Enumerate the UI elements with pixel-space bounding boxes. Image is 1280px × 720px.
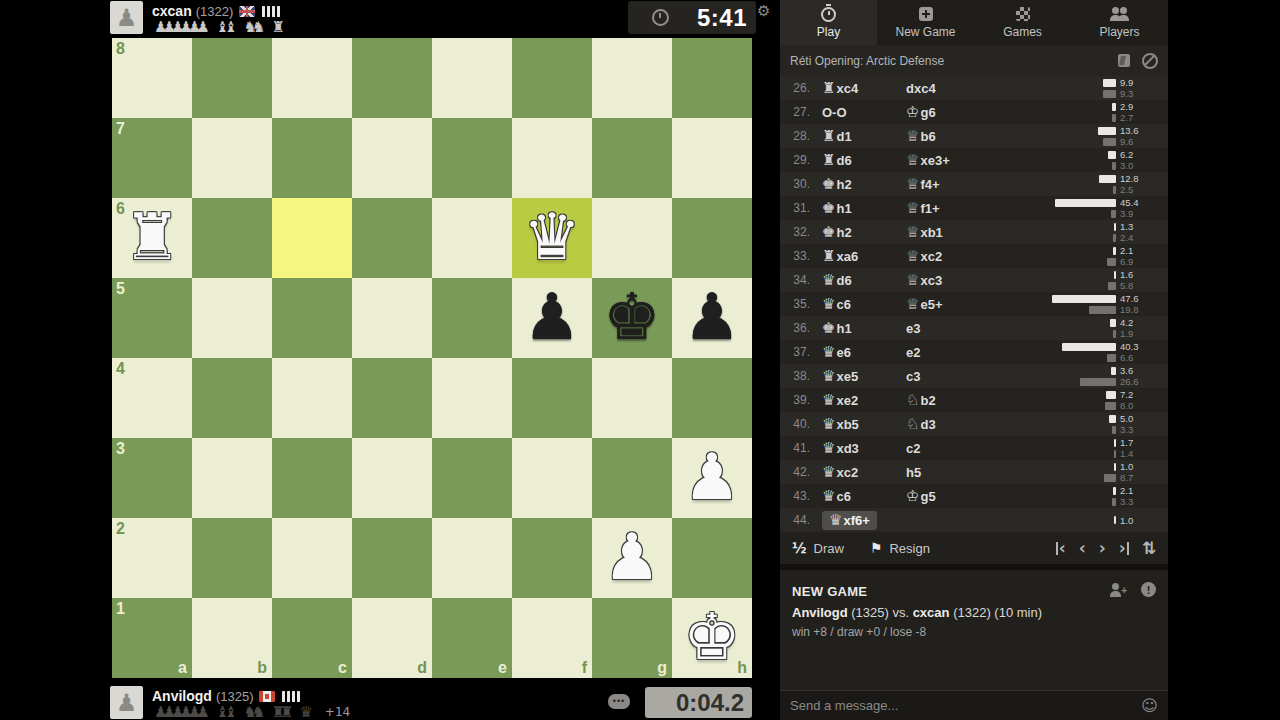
black-move[interactable]: c3: [906, 369, 920, 384]
square-c3[interactable]: [272, 438, 352, 518]
black-time-value: 8.7: [1120, 472, 1154, 483]
square-g8[interactable]: [592, 38, 672, 118]
settings-gear-icon[interactable]: ⚙: [757, 2, 770, 20]
square-g1[interactable]: g: [592, 598, 672, 678]
bottom-player-avatar[interactable]: ♟: [110, 686, 143, 719]
captured-bishops: ♝♝: [216, 18, 238, 36]
square-c4[interactable]: [272, 358, 352, 438]
file-label-c: c: [338, 659, 347, 677]
square-f3[interactable]: [512, 438, 592, 518]
white-time-value: 5.0: [1120, 413, 1154, 424]
move-times: 6.23.0: [1050, 149, 1168, 171]
move-row-26: 26.♜xc4dxc49.99.3: [780, 76, 1168, 100]
move-times: 2.16.9: [1050, 245, 1168, 267]
black-time-bar: [1089, 306, 1116, 314]
plus-square-icon: [919, 6, 933, 22]
black-move[interactable]: h5: [906, 465, 921, 480]
square-f6[interactable]: ♛: [512, 198, 592, 278]
move-number: 31.: [780, 201, 810, 215]
square-b2[interactable]: [192, 518, 272, 598]
captured-bishops: ♝♝: [216, 703, 238, 720]
square-a7[interactable]: 7: [112, 118, 192, 198]
top-player-rating: (1322): [196, 4, 234, 19]
move-times: 1.71.4: [1050, 437, 1168, 459]
checkerboard-icon: [1016, 6, 1030, 22]
black-piece-figurine: ♕: [906, 223, 919, 241]
white-piece-figurine: ♚: [822, 319, 835, 337]
white-move[interactable]: ♛xc2: [822, 465, 858, 480]
white-move[interactable]: O-O: [822, 105, 847, 120]
rank-label-1: 1: [116, 600, 125, 618]
move-times: 7.28.0: [1050, 389, 1168, 411]
white-time-value: 12.8: [1120, 173, 1154, 184]
square-d6[interactable]: [352, 198, 432, 278]
go-last-button[interactable]: ›: [1119, 540, 1129, 557]
top-player-avatar[interactable]: ♟: [110, 1, 143, 34]
black-move[interactable]: e2: [906, 345, 920, 360]
captured-rooks: ♜♜: [272, 703, 294, 720]
white-time-value: 9.9: [1120, 77, 1154, 88]
square-b3[interactable]: [192, 438, 272, 518]
white-queen-f6[interactable]: ♛: [512, 198, 592, 278]
move-row-35: 35.♛c6♕e5+47.619.8: [780, 292, 1168, 316]
black-move[interactable]: ♔g6: [906, 105, 936, 120]
clock-icon: [652, 9, 669, 26]
white-time-value: 2.1: [1120, 245, 1154, 256]
side-panel: Play New Game Games Players Réti Opening…: [780, 0, 1168, 720]
square-c8[interactable]: [272, 38, 352, 118]
white-time-value: 6.2: [1120, 149, 1154, 160]
file-label-f: f: [582, 659, 587, 677]
captured-rooks: ♜: [272, 18, 285, 36]
move-times: 3.626.6: [1050, 365, 1168, 387]
square-g2[interactable]: ♟: [592, 518, 672, 598]
uk-flag-icon: [239, 6, 255, 17]
white-time-bar: [1052, 295, 1116, 303]
black-piece-figurine: ♔: [906, 487, 919, 505]
square-b1[interactable]: b: [192, 598, 272, 678]
black-pawn-h5[interactable]: ♟: [672, 278, 752, 358]
resign-flag-icon: ⚑: [870, 540, 883, 556]
white-king-h1[interactable]: ♚: [672, 598, 752, 678]
white-time-value: 2.9: [1120, 101, 1154, 112]
square-f8[interactable]: [512, 38, 592, 118]
new-game-versus: Anvilogd (1325) vs. cxcan (1322) (10 min…: [792, 605, 1156, 620]
black-time-bar: [1080, 378, 1116, 386]
square-h8[interactable]: [672, 38, 752, 118]
move-times: 40.36.6: [1050, 341, 1168, 363]
top-player-bar: ♟ cxcan(1322) ♟♟♟♟♟♟♝♝♞♞♜ 5:41: [108, 0, 756, 36]
go-next-button[interactable]: ›: [1099, 540, 1106, 557]
black-time-value: 2.5: [1120, 184, 1154, 195]
black-time-value: 26.6: [1120, 376, 1154, 387]
go-first-button[interactable]: ‹: [1056, 540, 1066, 557]
move-number: 34.: [780, 273, 810, 287]
square-b8[interactable]: [192, 38, 272, 118]
square-f5[interactable]: ♟: [512, 278, 592, 358]
bottom-player-bar: ♟ Anvilogd(1325) ♟♟♟♟♟♟♝♝♞♞♜♜♛+14 ••• 0:…: [108, 685, 756, 720]
black-time-value: 1.9: [1120, 328, 1154, 339]
file-label-a: a: [178, 659, 187, 677]
square-g5[interactable]: ♚: [592, 278, 672, 358]
move-times: 13.69.6: [1050, 125, 1168, 147]
white-piece-figurine: ♛: [822, 391, 835, 409]
move-row-30: 30.♚h2♕f4+12.82.5: [780, 172, 1168, 196]
black-piece-figurine: ♕: [906, 199, 919, 217]
move-number: 26.: [780, 81, 810, 95]
square-c1[interactable]: c: [272, 598, 352, 678]
square-e6[interactable]: [432, 198, 512, 278]
white-move[interactable]: ♛xb5: [822, 417, 859, 432]
square-f4[interactable]: [512, 358, 592, 438]
move-row-29: 29.♜d6♕xe3+6.23.0: [780, 148, 1168, 172]
white-move[interactable]: ♛c6: [822, 489, 851, 504]
white-piece-figurine: ♜: [822, 151, 835, 169]
move-row-31: 31.♚h1♕f1+45.43.9: [780, 196, 1168, 220]
white-move[interactable]: ♛xe2: [822, 393, 858, 408]
white-move[interactable]: ♚h1: [822, 201, 852, 216]
white-move[interactable]: ♜xc4: [822, 81, 858, 96]
black-move[interactable]: ♔g5: [906, 489, 936, 504]
white-time-value: 40.3: [1120, 341, 1154, 352]
white-piece-figurine: ♛: [822, 271, 835, 289]
move-number: 32.: [780, 225, 810, 239]
captured-queens: ♛: [299, 703, 312, 720]
black-time-value: 2.4: [1120, 232, 1154, 243]
black-time-value: 19.8: [1120, 304, 1154, 315]
white-time-bar: [1099, 175, 1116, 183]
rank-label-5: 5: [116, 280, 125, 298]
flip-board-button[interactable]: ⇅: [1142, 540, 1156, 557]
alert-icon[interactable]: !: [1141, 582, 1156, 597]
black-piece-figurine: ♕: [906, 295, 919, 313]
move-times: 45.43.9: [1050, 197, 1168, 219]
move-row-27: 27.O-O♔g62.92.7: [780, 100, 1168, 124]
move-number: 29.: [780, 153, 810, 167]
black-time-value: 8.0: [1120, 400, 1154, 411]
black-time-value: 6.6: [1120, 352, 1154, 363]
bottom-clock-time: 0:04.2: [676, 689, 744, 717]
rank-label-8: 8: [116, 40, 125, 58]
black-time-bar: [1107, 258, 1116, 266]
white-move[interactable]: ♛e6: [822, 345, 851, 360]
rank-label-3: 3: [116, 440, 125, 458]
white-move[interactable]: ♛c6: [822, 297, 851, 312]
move-number: 28.: [780, 129, 810, 143]
material-score: +14: [325, 705, 350, 719]
white-time-value: 1.6: [1120, 269, 1154, 280]
black-piece-figurine: ♕: [906, 127, 919, 145]
black-move[interactable]: ♕xc2: [906, 249, 942, 264]
captured-knights: ♞♞: [244, 18, 266, 36]
move-row-39: 39.♛xe2♘b27.28.0: [780, 388, 1168, 412]
white-time-bar: [1114, 271, 1116, 279]
file-label-d: d: [417, 659, 427, 677]
white-time-bar: [1098, 127, 1116, 135]
move-row-36: 36.♚h1e34.21.9: [780, 316, 1168, 340]
top-player-name[interactable]: cxcan: [152, 3, 192, 19]
square-d4[interactable]: [352, 358, 432, 438]
white-time-bar: [1055, 199, 1116, 207]
stopwatch-icon: [821, 6, 836, 22]
black-piece-figurine: ♕: [906, 247, 919, 265]
square-c2[interactable]: [272, 518, 352, 598]
white-time-bar: [1108, 151, 1116, 159]
white-time-value: 47.6: [1120, 293, 1154, 304]
black-move[interactable]: e3: [906, 321, 920, 336]
white-time-value: 2.1: [1120, 485, 1154, 496]
move-number: 42.: [780, 465, 810, 479]
black-move[interactable]: ♘b2: [906, 393, 936, 408]
square-e1[interactable]: e: [432, 598, 512, 678]
white-piece-figurine: ♛: [822, 439, 835, 457]
square-b4[interactable]: [192, 358, 272, 438]
square-e7[interactable]: [432, 118, 512, 198]
square-h6[interactable]: [672, 198, 752, 278]
black-move[interactable]: ♕f1+: [906, 201, 940, 216]
move-number: 27.: [780, 105, 810, 119]
black-time-bar: [1112, 162, 1116, 170]
black-move[interactable]: dxc4: [906, 81, 936, 96]
square-c7[interactable]: [272, 118, 352, 198]
move-row-41: 41.♛xd3c21.71.4: [780, 436, 1168, 460]
square-c5[interactable]: [272, 278, 352, 358]
move-row-34: 34.♛d6♕xc31.65.8: [780, 268, 1168, 292]
white-time-value: 13.6: [1120, 125, 1154, 136]
white-piece-figurine: ♛: [822, 367, 835, 385]
white-move[interactable]: ♛xf6+: [822, 511, 877, 530]
black-piece-figurine: ♔: [906, 103, 919, 121]
move-times: 2.92.7: [1050, 101, 1168, 123]
file-label-g: g: [657, 659, 667, 677]
opening-name: Réti Opening: Arctic Defense: [790, 54, 1118, 68]
move-times: 47.619.8: [1050, 293, 1168, 315]
two-people-icon: [1110, 6, 1130, 22]
square-d2[interactable]: [352, 518, 432, 598]
square-d8[interactable]: [352, 38, 432, 118]
move-times: 9.99.3: [1050, 77, 1168, 99]
white-move[interactable]: ♜xa6: [822, 249, 858, 264]
new-game-odds: win +8 / draw +0 / lose -8: [792, 625, 1156, 639]
white-time-bar: [1062, 343, 1116, 351]
square-d1[interactable]: d: [352, 598, 432, 678]
square-d7[interactable]: [352, 118, 432, 198]
square-a1[interactable]: 1a: [112, 598, 192, 678]
square-a5[interactable]: 5: [112, 278, 192, 358]
square-g6[interactable]: [592, 198, 672, 278]
black-king-g5[interactable]: ♚: [592, 278, 672, 358]
square-a8[interactable]: 8: [112, 38, 192, 118]
black-time-value: 9.3: [1120, 88, 1154, 99]
square-h4[interactable]: [672, 358, 752, 438]
black-piece-figurine: ♕: [906, 151, 919, 169]
square-d5[interactable]: [352, 278, 432, 358]
white-move[interactable]: ♛xd3: [822, 441, 859, 456]
move-number: 38.: [780, 369, 810, 383]
square-a4[interactable]: 4: [112, 358, 192, 438]
square-h7[interactable]: [672, 118, 752, 198]
book-icon[interactable]: [1118, 54, 1130, 67]
white-piece-figurine: ♜: [822, 247, 835, 265]
move-times: 1.32.4: [1050, 221, 1168, 243]
black-time-value: 6.9: [1120, 256, 1154, 267]
square-e3[interactable]: [432, 438, 512, 518]
bottom-captured-pieces: ♟♟♟♟♟♟♝♝♞♞♜♜♛+14: [154, 703, 350, 720]
captured-pawns: ♟♟♟♟♟♟: [154, 703, 210, 720]
square-e4[interactable]: [432, 358, 512, 438]
challenge-player-icon[interactable]: +: [1109, 583, 1125, 597]
move-times: 4.21.9: [1050, 317, 1168, 339]
move-times: 1.65.8: [1050, 269, 1168, 291]
canada-flag-icon: [259, 691, 275, 702]
square-h2[interactable]: [672, 518, 752, 598]
square-e2[interactable]: [432, 518, 512, 598]
white-piece-figurine: ♛: [829, 511, 842, 529]
move-row-40: 40.♛xb5♘d35.03.3: [780, 412, 1168, 436]
move-row-42: 42.♛xc2h51.08.7: [780, 460, 1168, 484]
black-move[interactable]: ♕f4+: [906, 177, 940, 192]
black-move[interactable]: ♕b6: [906, 129, 936, 144]
move-number: 39.: [780, 393, 810, 407]
black-pawn-f5[interactable]: ♟: [512, 278, 592, 358]
white-time-bar: [1109, 415, 1116, 423]
move-row-32: 32.♚h2♕xb11.32.4: [780, 220, 1168, 244]
go-previous-button[interactable]: ‹: [1079, 540, 1086, 557]
white-time-bar: [1103, 79, 1116, 87]
square-b7[interactable]: [192, 118, 272, 198]
white-move[interactable]: ♜d6: [822, 153, 852, 168]
tab-players[interactable]: Players: [1071, 0, 1168, 45]
square-f7[interactable]: [512, 118, 592, 198]
rank-label-4: 4: [116, 360, 125, 378]
bottom-player-rating: (1325): [216, 689, 254, 704]
pawn-avatar-icon: ♟: [116, 691, 138, 715]
tab-bar: Play New Game Games Players: [780, 0, 1168, 45]
square-b6[interactable]: [192, 198, 272, 278]
square-h3[interactable]: ♟: [672, 438, 752, 518]
black-move[interactable]: c2: [906, 441, 920, 456]
chat-message-input[interactable]: Send a message...: [790, 698, 1141, 713]
move-times: 12.82.5: [1050, 173, 1168, 195]
move-number: 36.: [780, 321, 810, 335]
smiley-icon[interactable]: ☺: [1141, 696, 1158, 715]
black-time-bar: [1111, 210, 1116, 218]
move-row-38: 38.♛xe5c33.626.6: [780, 364, 1168, 388]
move-row-44: 44.♛xf6+1.0: [780, 508, 1168, 532]
file-label-e: e: [498, 659, 507, 677]
black-move[interactable]: ♘d3: [906, 417, 936, 432]
white-time-bar: [1112, 103, 1116, 111]
black-time-bar: [1104, 474, 1116, 482]
move-number: 35.: [780, 297, 810, 311]
top-player-clock: 5:41: [628, 1, 756, 34]
square-a2[interactable]: 2: [112, 518, 192, 598]
white-piece-figurine: ♛: [822, 415, 835, 433]
white-time-value: 1.3: [1120, 221, 1154, 232]
black-time-value: 3.0: [1120, 160, 1154, 171]
black-time-bar: [1103, 90, 1116, 98]
square-a3[interactable]: 3: [112, 438, 192, 518]
tab-games[interactable]: Games: [974, 0, 1071, 45]
black-move[interactable]: ♕e5+: [906, 297, 943, 312]
square-e8[interactable]: [432, 38, 512, 118]
white-move[interactable]: ♜d1: [822, 129, 852, 144]
white-pawn-h3[interactable]: ♟: [672, 438, 752, 518]
black-move[interactable]: ♕xe3+: [906, 153, 950, 168]
square-b5[interactable]: [192, 278, 272, 358]
square-g3[interactable]: [592, 438, 672, 518]
black-time-bar: [1114, 450, 1116, 458]
white-move[interactable]: ♛xe5: [822, 369, 858, 384]
white-time-bar: [1110, 319, 1116, 327]
white-time-bar: [1111, 367, 1116, 375]
square-f1[interactable]: f: [512, 598, 592, 678]
app-window: ♟ cxcan(1322) ♟♟♟♟♟♟♝♝♞♞♜ 5:41 ⚙ 876♜♛5♟…: [0, 0, 1280, 720]
black-time-value: 9.6: [1120, 136, 1154, 147]
white-move[interactable]: ♚h1: [822, 321, 852, 336]
square-f2[interactable]: [512, 518, 592, 598]
square-d3[interactable]: [352, 438, 432, 518]
resign-button[interactable]: ⚑ Resign: [870, 540, 930, 556]
file-label-b: b: [257, 659, 267, 677]
white-pawn-g2[interactable]: ♟: [592, 518, 672, 598]
white-time-value: 7.2: [1120, 389, 1154, 400]
draw-button[interactable]: ½ Draw: [792, 540, 844, 556]
new-game-title: NEW GAME: [792, 584, 1156, 599]
white-piece-figurine: ♛: [822, 295, 835, 313]
white-move[interactable]: ♚h2: [822, 225, 852, 240]
tab-new-game[interactable]: New Game: [877, 0, 974, 45]
white-piece-figurine: ♜: [822, 79, 835, 97]
white-time-value: 1.0: [1120, 515, 1154, 526]
black-time-value: 5.8: [1120, 280, 1154, 291]
white-move[interactable]: ♚h2: [822, 177, 852, 192]
white-piece-figurine: ♛: [822, 487, 835, 505]
top-captured-pieces: ♟♟♟♟♟♟♝♝♞♞♜: [154, 18, 291, 36]
tab-play[interactable]: Play: [780, 0, 877, 45]
black-piece-figurine: ♘: [906, 415, 919, 433]
black-time-bar: [1103, 138, 1116, 146]
chat-row: Send a message... ☺: [780, 690, 1168, 720]
square-c6[interactable]: [272, 198, 352, 278]
black-time-value: 2.7: [1120, 112, 1154, 123]
white-rook-a6[interactable]: ♜: [112, 198, 192, 278]
white-time-value: 3.6: [1120, 365, 1154, 376]
chat-bubble-icon[interactable]: •••: [608, 694, 630, 709]
game-controls: ½ Draw ⚑ Resign ‹ ‹ › › ⇅: [780, 532, 1168, 564]
white-move[interactable]: ♛d6: [822, 273, 852, 288]
square-e5[interactable]: [432, 278, 512, 358]
rank-label-2: 2: [116, 520, 125, 538]
new-game-box: NEW GAME Anvilogd (1325) vs. cxcan (1322…: [780, 570, 1168, 692]
black-piece-figurine: ♕: [906, 175, 919, 193]
square-g7[interactable]: [592, 118, 672, 198]
white-piece-figurine: ♚: [822, 223, 835, 241]
black-move[interactable]: ♕xc3: [906, 273, 942, 288]
black-move[interactable]: ♕xb1: [906, 225, 943, 240]
square-a6[interactable]: 6♜: [112, 198, 192, 278]
captured-knights: ♞♞: [244, 703, 266, 720]
bottom-player-name[interactable]: Anvilogd: [152, 688, 212, 704]
white-piece-figurine: ♜: [822, 127, 835, 145]
square-h1[interactable]: h♚: [672, 598, 752, 678]
square-h5[interactable]: ♟: [672, 278, 752, 358]
white-time-value: 1.7: [1120, 437, 1154, 448]
square-g4[interactable]: [592, 358, 672, 438]
no-analysis-icon[interactable]: [1142, 53, 1158, 69]
move-row-33: 33.♜xa6♕xc22.16.9: [780, 244, 1168, 268]
move-list: 26.♜xc4dxc49.99.327.O-O♔g62.92.728.♜d1♕b…: [780, 76, 1168, 532]
